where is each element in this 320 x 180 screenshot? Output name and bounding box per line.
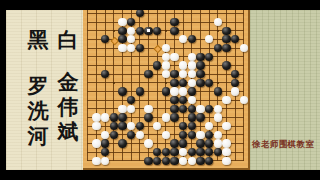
stone-black — [205, 148, 213, 156]
stone-white — [118, 105, 126, 113]
last-move-marker — [147, 29, 150, 32]
stone-white — [188, 61, 196, 69]
go-board — [83, 10, 250, 172]
players-panel: 黑 白 罗洗河 金伟斌 — [6, 10, 83, 170]
stone-black — [101, 70, 109, 78]
stone-white — [205, 122, 213, 130]
stone-white — [231, 87, 239, 95]
stone-white — [222, 157, 230, 165]
stone-black — [170, 18, 178, 26]
stone-black — [205, 53, 213, 61]
grid-line-vertical — [87, 10, 88, 161]
stone-white — [162, 131, 170, 139]
board-surface — [83, 10, 248, 168]
stone-black — [170, 157, 178, 165]
top-letterbox-bar — [0, 0, 320, 10]
stone-white — [92, 122, 100, 130]
stone-black — [205, 131, 213, 139]
stone-white — [214, 18, 222, 26]
stone-black — [110, 131, 118, 139]
stone-black — [188, 105, 196, 113]
stone-black — [170, 139, 178, 147]
stone-white — [92, 139, 100, 147]
stone-white — [222, 96, 230, 104]
stone-black — [205, 79, 213, 87]
stone-white — [222, 139, 230, 147]
video-frame: 黑 白 罗洗河 金伟斌 徐老师围棋教室 — [0, 0, 320, 180]
grid-line-horizontal — [87, 13, 244, 14]
stone-white — [196, 105, 204, 113]
star-point — [217, 82, 219, 84]
diamond-marker — [154, 45, 162, 53]
stone-black — [136, 27, 144, 35]
stone-white — [162, 44, 170, 52]
stone-black — [231, 79, 239, 87]
stone-black — [231, 70, 239, 78]
stone-white — [92, 157, 100, 165]
stone-black — [188, 35, 196, 43]
stone-black — [196, 61, 204, 69]
stone-white — [188, 53, 196, 61]
stone-black — [144, 157, 152, 165]
stone-white — [240, 96, 248, 104]
star-point — [165, 30, 167, 32]
stone-black — [170, 70, 178, 78]
stone-white — [179, 35, 187, 43]
stone-white — [196, 131, 204, 139]
stone-black — [179, 79, 187, 87]
star-point — [113, 82, 115, 84]
black-player-name: 罗洗河 — [25, 73, 51, 148]
stone-black — [188, 113, 196, 121]
stone-black — [118, 122, 126, 130]
stone-black — [136, 10, 144, 17]
stone-white — [222, 122, 230, 130]
stone-white — [179, 148, 187, 156]
stone-black — [188, 131, 196, 139]
stone-white — [144, 139, 152, 147]
stone-white — [214, 139, 222, 147]
stone-black — [170, 79, 178, 87]
stone-black — [179, 122, 187, 130]
stone-black — [153, 157, 161, 165]
stone-white — [162, 70, 170, 78]
stone-white — [188, 96, 196, 104]
stone-black — [179, 139, 187, 147]
stone-white — [118, 18, 126, 26]
grid-line-vertical — [243, 10, 244, 161]
stone-black — [118, 87, 126, 95]
stone-white — [188, 157, 196, 165]
stone-black — [196, 70, 204, 78]
stone-black — [222, 44, 230, 52]
stone-black — [188, 148, 196, 156]
stone-black — [144, 113, 152, 121]
stone-black — [101, 148, 109, 156]
stone-black — [101, 35, 109, 43]
stone-white — [162, 113, 170, 121]
stone-black — [214, 87, 222, 95]
stone-black — [170, 96, 178, 104]
star-point — [113, 30, 115, 32]
stone-white — [118, 44, 126, 52]
stone-black — [222, 35, 230, 43]
stone-black — [205, 105, 213, 113]
stone-black — [153, 61, 161, 69]
stone-white — [205, 35, 213, 43]
star-point — [165, 82, 167, 84]
stone-white — [240, 44, 248, 52]
stone-black — [170, 148, 178, 156]
stone-black — [222, 61, 230, 69]
stone-black — [127, 96, 135, 104]
stone-black — [118, 139, 126, 147]
stone-white — [127, 35, 135, 43]
stone-white — [101, 157, 109, 165]
stone-black — [101, 139, 109, 147]
stone-black — [179, 131, 187, 139]
stone-white — [179, 70, 187, 78]
stone-white — [222, 148, 230, 156]
stone-white — [101, 113, 109, 121]
stone-black — [118, 113, 126, 121]
stone-black — [205, 157, 213, 165]
stone-white — [127, 44, 135, 52]
stone-white — [92, 113, 100, 121]
stone-black — [214, 44, 222, 52]
stone-white — [162, 53, 170, 61]
stone-white — [179, 157, 187, 165]
stone-black — [153, 27, 161, 35]
stone-black — [214, 148, 222, 156]
stone-black — [196, 139, 204, 147]
stone-black — [188, 87, 196, 95]
stone-white — [162, 61, 170, 69]
left-letterbox-strip — [0, 0, 6, 180]
stone-white — [101, 131, 109, 139]
stone-white — [127, 105, 135, 113]
stone-black — [170, 27, 178, 35]
bottom-letterbox-bar — [0, 170, 320, 180]
stone-white — [179, 87, 187, 95]
stone-white — [214, 131, 222, 139]
stone-white — [127, 122, 135, 130]
stone-black — [170, 105, 178, 113]
stone-black — [144, 70, 152, 78]
stone-white — [179, 61, 187, 69]
stone-white — [188, 70, 196, 78]
stone-black — [110, 122, 118, 130]
stone-black — [162, 157, 170, 165]
stone-white — [153, 122, 161, 130]
stone-black — [179, 105, 187, 113]
stone-white — [188, 79, 196, 87]
white-player-label: 白 — [55, 27, 81, 52]
grid-line-horizontal — [87, 100, 244, 101]
stone-black — [127, 18, 135, 26]
stone-white — [170, 53, 178, 61]
stone-black — [196, 53, 204, 61]
stone-white — [136, 131, 144, 139]
stone-black — [196, 113, 204, 121]
stone-black — [179, 96, 187, 104]
stone-black — [136, 44, 144, 52]
stone-black — [222, 27, 230, 35]
stone-black — [153, 148, 161, 156]
stone-black — [196, 79, 204, 87]
stone-white — [214, 105, 222, 113]
stone-white — [127, 27, 135, 35]
watermark-text: 徐老师围棋教室 — [252, 139, 318, 151]
stone-white — [214, 113, 222, 121]
stone-black — [136, 122, 144, 130]
stone-black — [231, 35, 239, 43]
stone-black — [118, 35, 126, 43]
stone-black — [162, 148, 170, 156]
stone-black — [196, 157, 204, 165]
stone-black — [162, 87, 170, 95]
stone-white — [144, 105, 152, 113]
stone-black — [127, 131, 135, 139]
stone-black — [170, 113, 178, 121]
stone-black — [188, 122, 196, 130]
white-player-name: 金伟斌 — [55, 69, 81, 144]
star-point — [217, 30, 219, 32]
stone-black — [110, 113, 118, 121]
stone-white — [170, 87, 178, 95]
stone-black — [205, 139, 213, 147]
stone-black — [136, 87, 144, 95]
stone-black — [196, 148, 204, 156]
black-player-label: 黑 — [25, 27, 51, 52]
stone-black — [118, 27, 126, 35]
